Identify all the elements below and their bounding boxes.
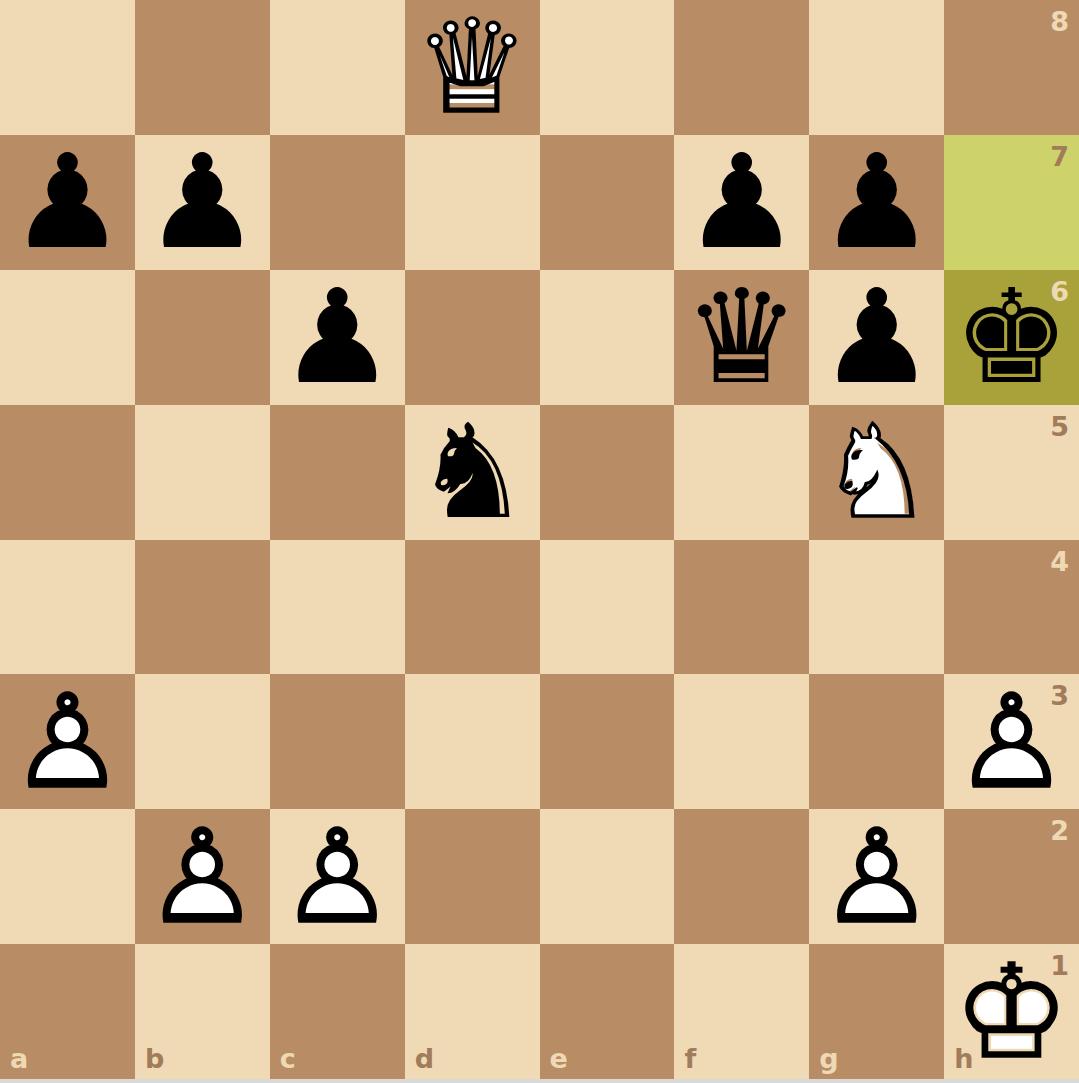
rank-label-4: 4 xyxy=(1050,548,1069,575)
square-d8[interactable]: ♛♕ xyxy=(405,0,540,135)
square-d4[interactable] xyxy=(405,540,540,675)
square-b7[interactable]: ♟ xyxy=(135,135,270,270)
square-b5[interactable] xyxy=(135,405,270,540)
square-h3[interactable]: 3♟♙ xyxy=(944,674,1079,809)
rank-label-2: 2 xyxy=(1050,817,1069,844)
black-pawn-icon[interactable]: ♟ xyxy=(809,135,944,270)
square-f8[interactable] xyxy=(674,0,809,135)
white-king-icon[interactable]: ♚♔ xyxy=(944,944,1079,1079)
black-pawn-icon[interactable]: ♟ xyxy=(0,135,135,270)
square-h2[interactable]: 2 xyxy=(944,809,1079,944)
square-e8[interactable] xyxy=(540,0,675,135)
square-g4[interactable] xyxy=(809,540,944,675)
square-h1[interactable]: 1h♚♔ xyxy=(944,944,1079,1079)
rank-label-7: 7 xyxy=(1050,143,1069,170)
black-piece-glyph: ♟ xyxy=(674,135,809,270)
square-b8[interactable] xyxy=(135,0,270,135)
black-piece-glyph: ♟ xyxy=(270,270,405,405)
square-a6[interactable] xyxy=(0,270,135,405)
black-queen-icon[interactable]: ♛ xyxy=(674,270,809,405)
black-piece-glyph: ♟ xyxy=(0,135,135,270)
white-piece-outline: ♙ xyxy=(944,674,1079,809)
square-f1[interactable]: f xyxy=(674,944,809,1079)
square-f4[interactable] xyxy=(674,540,809,675)
file-label-b: b xyxy=(145,1045,164,1072)
file-label-c: c xyxy=(280,1045,296,1072)
white-queen-icon[interactable]: ♛♕ xyxy=(405,0,540,135)
square-b2[interactable]: ♟♙ xyxy=(135,809,270,944)
white-piece-outline: ♘ xyxy=(809,405,944,540)
square-c8[interactable] xyxy=(270,0,405,135)
square-d7[interactable] xyxy=(405,135,540,270)
white-pawn-icon[interactable]: ♟♙ xyxy=(0,674,135,809)
square-a4[interactable] xyxy=(0,540,135,675)
square-e1[interactable]: e xyxy=(540,944,675,1079)
square-a8[interactable] xyxy=(0,0,135,135)
white-pawn-icon[interactable]: ♟♙ xyxy=(944,674,1079,809)
square-a5[interactable] xyxy=(0,405,135,540)
file-label-f: f xyxy=(684,1045,696,1072)
white-piece-outline: ♔ xyxy=(944,944,1079,1079)
square-h7[interactable]: 7 xyxy=(944,135,1079,270)
rank-label-8: 8 xyxy=(1050,8,1069,35)
black-piece-glyph: ♞ xyxy=(405,405,540,540)
white-piece-outline: ♙ xyxy=(809,809,944,944)
chess-board: ♛♕8♟♟♟♟7♟♛♟6♚♞♞♘54♟♙3♟♙♟♙♟♙♟♙2abcdefg1h♚… xyxy=(0,0,1079,1079)
square-f7[interactable]: ♟ xyxy=(674,135,809,270)
square-a7[interactable]: ♟ xyxy=(0,135,135,270)
square-g6[interactable]: ♟ xyxy=(809,270,944,405)
square-h8[interactable]: 8 xyxy=(944,0,1079,135)
square-d5[interactable]: ♞ xyxy=(405,405,540,540)
square-e2[interactable] xyxy=(540,809,675,944)
square-b1[interactable]: b xyxy=(135,944,270,1079)
square-g5[interactable]: ♞♘ xyxy=(809,405,944,540)
white-piece-outline: ♕ xyxy=(405,0,540,135)
white-pawn-icon[interactable]: ♟♙ xyxy=(135,809,270,944)
white-piece-outline: ♙ xyxy=(0,674,135,809)
black-pawn-icon[interactable]: ♟ xyxy=(809,270,944,405)
square-g3[interactable] xyxy=(809,674,944,809)
window-edge xyxy=(0,1079,1079,1083)
square-h6[interactable]: 6♚ xyxy=(944,270,1079,405)
square-g7[interactable]: ♟ xyxy=(809,135,944,270)
white-piece-outline: ♙ xyxy=(135,809,270,944)
square-h4[interactable]: 4 xyxy=(944,540,1079,675)
white-pawn-icon[interactable]: ♟♙ xyxy=(809,809,944,944)
file-label-e: e xyxy=(550,1045,568,1072)
file-label-a: a xyxy=(10,1045,28,1072)
square-e7[interactable] xyxy=(540,135,675,270)
square-e6[interactable] xyxy=(540,270,675,405)
black-piece-glyph: ♟ xyxy=(135,135,270,270)
black-king-icon[interactable]: ♚ xyxy=(944,270,1079,405)
black-piece-glyph: ♛ xyxy=(674,270,809,405)
black-piece-glyph: ♟ xyxy=(809,135,944,270)
square-f6[interactable]: ♛ xyxy=(674,270,809,405)
white-knight-icon[interactable]: ♞♘ xyxy=(809,405,944,540)
square-d6[interactable] xyxy=(405,270,540,405)
square-e5[interactable] xyxy=(540,405,675,540)
rank-label-5: 5 xyxy=(1050,413,1069,440)
square-c7[interactable] xyxy=(270,135,405,270)
square-c2[interactable]: ♟♙ xyxy=(270,809,405,944)
square-h5[interactable]: 5 xyxy=(944,405,1079,540)
black-pawn-icon[interactable]: ♟ xyxy=(674,135,809,270)
square-f3[interactable] xyxy=(674,674,809,809)
square-g8[interactable] xyxy=(809,0,944,135)
square-g2[interactable]: ♟♙ xyxy=(809,809,944,944)
square-a3[interactable]: ♟♙ xyxy=(0,674,135,809)
square-e3[interactable] xyxy=(540,674,675,809)
square-a2[interactable] xyxy=(0,809,135,944)
square-d1[interactable]: d xyxy=(405,944,540,1079)
square-c4[interactable] xyxy=(270,540,405,675)
square-b4[interactable] xyxy=(135,540,270,675)
white-pawn-icon[interactable]: ♟♙ xyxy=(270,809,405,944)
black-piece-glyph: ♚ xyxy=(944,270,1079,405)
black-pawn-icon[interactable]: ♟ xyxy=(135,135,270,270)
square-d2[interactable] xyxy=(405,809,540,944)
file-label-d: d xyxy=(415,1045,434,1072)
black-knight-icon[interactable]: ♞ xyxy=(405,405,540,540)
square-a1[interactable]: a xyxy=(0,944,135,1079)
square-f2[interactable] xyxy=(674,809,809,944)
black-pawn-icon[interactable]: ♟ xyxy=(270,270,405,405)
square-g1[interactable]: g xyxy=(809,944,944,1079)
square-c3[interactable] xyxy=(270,674,405,809)
file-label-g: g xyxy=(819,1045,838,1072)
square-b3[interactable] xyxy=(135,674,270,809)
square-d3[interactable] xyxy=(405,674,540,809)
square-c5[interactable] xyxy=(270,405,405,540)
white-piece-outline: ♙ xyxy=(270,809,405,944)
square-e4[interactable] xyxy=(540,540,675,675)
black-piece-glyph: ♟ xyxy=(809,270,944,405)
square-c6[interactable]: ♟ xyxy=(270,270,405,405)
square-f5[interactable] xyxy=(674,405,809,540)
square-c1[interactable]: c xyxy=(270,944,405,1079)
square-b6[interactable] xyxy=(135,270,270,405)
